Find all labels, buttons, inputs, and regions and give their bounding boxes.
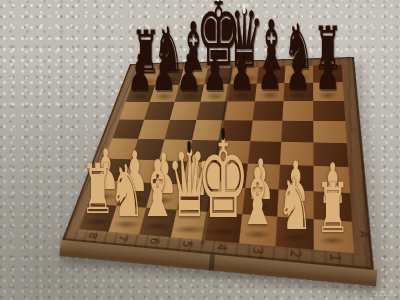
square-h5 [313, 121, 347, 143]
square-e5 [221, 120, 253, 141]
square-f6 [253, 101, 284, 121]
file-label-2: 2 [287, 244, 302, 264]
square-f3 [245, 164, 280, 190]
square-g4 [280, 142, 313, 166]
square-g7 [283, 83, 313, 102]
square-g5 [281, 121, 313, 143]
square-g2 [277, 190, 314, 220]
rank-label-1: Б [349, 125, 361, 137]
square-f2 [242, 188, 278, 217]
square-c8 [179, 68, 207, 84]
square-h7 [313, 82, 344, 101]
square-f7 [255, 83, 285, 101]
rank-label-0: А [356, 226, 371, 243]
file-label-3: 3 [249, 241, 264, 261]
square-h6 [313, 101, 345, 121]
square-h3 [313, 166, 350, 193]
file-label-1: 1 [326, 247, 342, 268]
square-e6 [224, 101, 255, 120]
photo-scene: 87654321АБ ♜♞♝♚♛♝♞♜♟♟♟♟♟♟♟♟♟♟♟♟♟♟♟♟♜♞♝♛♚… [0, 0, 400, 300]
square-h4 [313, 142, 348, 167]
file-label-4: 4 [213, 238, 229, 257]
square-f8 [257, 66, 286, 83]
board-hinge-gap [209, 253, 216, 270]
square-g6 [282, 101, 313, 121]
square-f4 [248, 141, 281, 164]
square-c7 [175, 84, 205, 101]
square-h2 [314, 191, 352, 221]
square-e7 [227, 84, 257, 102]
watermark: 311.ru [374, 290, 397, 297]
square-g3 [279, 165, 314, 192]
square-g8 [284, 66, 313, 84]
square-e4 [217, 141, 250, 164]
square-e8 [230, 67, 259, 84]
square-e2 [209, 186, 245, 214]
square-e3 [213, 162, 248, 187]
square-h8 [313, 65, 343, 83]
square-f5 [250, 121, 282, 142]
